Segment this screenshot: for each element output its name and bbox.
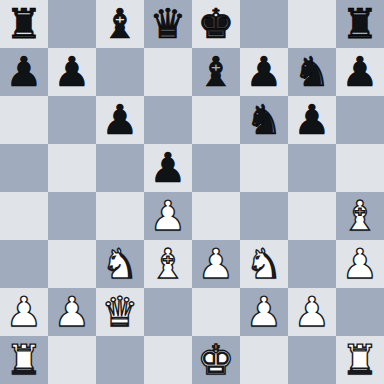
square-d8[interactable]: ♛ [144, 0, 192, 48]
black-pawn[interactable]: ♟ [246, 48, 283, 96]
square-f2[interactable]: ♟ [240, 288, 288, 336]
white-queen[interactable]: ♛ [102, 288, 139, 336]
square-f6[interactable]: ♞ [240, 96, 288, 144]
black-pawn[interactable]: ♟ [6, 48, 43, 96]
square-h4[interactable]: ♝ [336, 192, 384, 240]
square-a8[interactable]: ♜ [0, 0, 48, 48]
square-d5[interactable]: ♟ [144, 144, 192, 192]
white-rook[interactable]: ♜ [6, 336, 43, 384]
square-h8[interactable]: ♜ [336, 0, 384, 48]
square-e6[interactable] [192, 96, 240, 144]
black-bishop[interactable]: ♝ [102, 0, 139, 48]
square-d6[interactable] [144, 96, 192, 144]
white-king[interactable]: ♚ [198, 336, 235, 384]
square-g6[interactable]: ♟ [288, 96, 336, 144]
square-d7[interactable] [144, 48, 192, 96]
chess-board: ♜♝♛♚♜♟♟♝♟♞♟♟♞♟♟♟♝♞♝♟♞♟♟♟♛♟♟♜♚♜ [0, 0, 384, 384]
square-e3[interactable]: ♟ [192, 240, 240, 288]
square-a7[interactable]: ♟ [0, 48, 48, 96]
black-pawn[interactable]: ♟ [54, 48, 91, 96]
square-a1[interactable]: ♜ [0, 336, 48, 384]
square-e5[interactable] [192, 144, 240, 192]
square-h6[interactable] [336, 96, 384, 144]
square-c4[interactable] [96, 192, 144, 240]
white-bishop[interactable]: ♝ [150, 240, 187, 288]
square-d3[interactable]: ♝ [144, 240, 192, 288]
square-g3[interactable] [288, 240, 336, 288]
square-h5[interactable] [336, 144, 384, 192]
black-pawn[interactable]: ♟ [342, 48, 379, 96]
square-e7[interactable]: ♝ [192, 48, 240, 96]
square-d1[interactable] [144, 336, 192, 384]
square-b7[interactable]: ♟ [48, 48, 96, 96]
square-d2[interactable] [144, 288, 192, 336]
square-f4[interactable] [240, 192, 288, 240]
square-h1[interactable]: ♜ [336, 336, 384, 384]
square-g4[interactable] [288, 192, 336, 240]
square-g5[interactable] [288, 144, 336, 192]
square-g7[interactable]: ♞ [288, 48, 336, 96]
square-e8[interactable]: ♚ [192, 0, 240, 48]
square-f7[interactable]: ♟ [240, 48, 288, 96]
square-b1[interactable] [48, 336, 96, 384]
square-b6[interactable] [48, 96, 96, 144]
square-b3[interactable] [48, 240, 96, 288]
square-c5[interactable] [96, 144, 144, 192]
white-knight[interactable]: ♞ [246, 240, 283, 288]
white-knight[interactable]: ♞ [102, 240, 139, 288]
square-f5[interactable] [240, 144, 288, 192]
square-e2[interactable] [192, 288, 240, 336]
black-queen[interactable]: ♛ [150, 0, 187, 48]
black-bishop[interactable]: ♝ [198, 48, 235, 96]
square-g8[interactable] [288, 0, 336, 48]
square-g1[interactable] [288, 336, 336, 384]
square-c8[interactable]: ♝ [96, 0, 144, 48]
square-a3[interactable] [0, 240, 48, 288]
square-a4[interactable] [0, 192, 48, 240]
white-pawn[interactable]: ♟ [6, 288, 43, 336]
black-rook[interactable]: ♜ [6, 0, 43, 48]
white-bishop[interactable]: ♝ [342, 192, 379, 240]
square-b8[interactable] [48, 0, 96, 48]
black-pawn[interactable]: ♟ [102, 96, 139, 144]
square-c3[interactable]: ♞ [96, 240, 144, 288]
square-h2[interactable] [336, 288, 384, 336]
square-e1[interactable]: ♚ [192, 336, 240, 384]
square-h3[interactable]: ♟ [336, 240, 384, 288]
square-c7[interactable] [96, 48, 144, 96]
white-pawn[interactable]: ♟ [54, 288, 91, 336]
square-f8[interactable] [240, 0, 288, 48]
black-pawn[interactable]: ♟ [150, 144, 187, 192]
square-c1[interactable] [96, 336, 144, 384]
white-pawn[interactable]: ♟ [342, 240, 379, 288]
square-a2[interactable]: ♟ [0, 288, 48, 336]
black-knight[interactable]: ♞ [246, 96, 283, 144]
square-c6[interactable]: ♟ [96, 96, 144, 144]
white-pawn[interactable]: ♟ [150, 192, 187, 240]
square-b5[interactable] [48, 144, 96, 192]
square-e4[interactable] [192, 192, 240, 240]
black-king[interactable]: ♚ [198, 0, 235, 48]
square-a6[interactable] [0, 96, 48, 144]
white-rook[interactable]: ♜ [342, 336, 379, 384]
black-rook[interactable]: ♜ [342, 0, 379, 48]
black-knight[interactable]: ♞ [294, 48, 331, 96]
square-h7[interactable]: ♟ [336, 48, 384, 96]
square-c2[interactable]: ♛ [96, 288, 144, 336]
square-g2[interactable]: ♟ [288, 288, 336, 336]
white-pawn[interactable]: ♟ [198, 240, 235, 288]
square-d4[interactable]: ♟ [144, 192, 192, 240]
square-f1[interactable] [240, 336, 288, 384]
square-b2[interactable]: ♟ [48, 288, 96, 336]
white-pawn[interactable]: ♟ [246, 288, 283, 336]
black-pawn[interactable]: ♟ [294, 96, 331, 144]
square-f3[interactable]: ♞ [240, 240, 288, 288]
white-pawn[interactable]: ♟ [294, 288, 331, 336]
square-a5[interactable] [0, 144, 48, 192]
square-b4[interactable] [48, 192, 96, 240]
